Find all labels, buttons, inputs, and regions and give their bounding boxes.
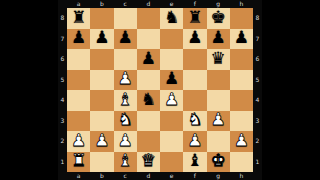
file-label-g: g — [207, 172, 230, 180]
square-a2[interactable]: ♟ — [67, 131, 90, 152]
square-c3[interactable]: ♞ — [114, 111, 137, 132]
square-f8[interactable]: ♜ — [183, 8, 206, 29]
white-pawn-f2[interactable]: ♟ — [187, 132, 202, 149]
black-pawn-f7[interactable]: ♟ — [187, 29, 202, 46]
frame-corner — [58, 0, 67, 8]
square-b1[interactable] — [90, 152, 113, 173]
white-king-g1[interactable]: ♚ — [211, 152, 226, 169]
square-e8[interactable]: ♞ — [160, 8, 183, 29]
square-f3[interactable]: ♞ — [183, 111, 206, 132]
frame-corner — [253, 172, 262, 180]
file-label-f: f — [183, 172, 206, 180]
chess-board-frame: abcdefgh 87654321 ♜♞♜♚♟♟♟♟♟♟♟♛♟♟♝♞♟♞♞♟♟♟… — [58, 0, 262, 180]
black-pawn-c7[interactable]: ♟ — [118, 29, 133, 46]
black-queen-g6[interactable]: ♛ — [211, 50, 226, 67]
black-pawn-a7[interactable]: ♟ — [71, 29, 86, 46]
file-labels-bottom: abcdefgh — [67, 172, 253, 180]
square-b7[interactable]: ♟ — [90, 29, 113, 50]
square-c5[interactable]: ♟ — [114, 70, 137, 91]
square-c4[interactable]: ♝ — [114, 90, 137, 111]
square-d8[interactable] — [137, 8, 160, 29]
square-h3[interactable] — [230, 111, 253, 132]
file-label-d: d — [137, 0, 160, 8]
square-b4[interactable] — [90, 90, 113, 111]
square-c7[interactable]: ♟ — [114, 29, 137, 50]
square-e4[interactable]: ♟ — [160, 90, 183, 111]
square-f6[interactable] — [183, 49, 206, 70]
file-label-b: b — [90, 0, 113, 8]
square-h2[interactable]: ♟ — [230, 131, 253, 152]
rank-label-3: 3 — [253, 111, 262, 132]
square-h6[interactable] — [230, 49, 253, 70]
square-c8[interactable] — [114, 8, 137, 29]
square-g6[interactable]: ♛ — [207, 49, 230, 70]
white-pawn-g3[interactable]: ♟ — [211, 111, 226, 128]
square-c1[interactable]: ♝ — [114, 152, 137, 173]
square-a3[interactable] — [67, 111, 90, 132]
square-c6[interactable] — [114, 49, 137, 70]
white-queen-d1[interactable]: ♛ — [141, 152, 156, 169]
white-pawn-a2[interactable]: ♟ — [71, 132, 86, 149]
white-knight-c3[interactable]: ♞ — [118, 111, 133, 128]
white-pawn-c5[interactable]: ♟ — [118, 70, 133, 87]
square-b5[interactable] — [90, 70, 113, 91]
square-b2[interactable]: ♟ — [90, 131, 113, 152]
square-g2[interactable] — [207, 131, 230, 152]
black-rook-a8[interactable]: ♜ — [71, 9, 86, 26]
square-g8[interactable]: ♚ — [207, 8, 230, 29]
black-pawn-g7[interactable]: ♟ — [211, 29, 226, 46]
file-label-a: a — [67, 172, 90, 180]
square-a1[interactable]: ♜ — [67, 152, 90, 173]
square-a8[interactable]: ♜ — [67, 8, 90, 29]
square-d6[interactable]: ♟ — [137, 49, 160, 70]
rank-label-3: 3 — [58, 111, 67, 132]
black-pawn-d6[interactable]: ♟ — [141, 50, 156, 67]
rank-label-6: 6 — [253, 49, 262, 70]
white-bishop-c4[interactable]: ♝ — [118, 91, 133, 108]
square-f1[interactable]: ♝ — [183, 152, 206, 173]
square-d1[interactable]: ♛ — [137, 152, 160, 173]
square-d5[interactable] — [137, 70, 160, 91]
square-h7[interactable]: ♟ — [230, 29, 253, 50]
rank-labels-right: 87654321 — [253, 8, 262, 172]
square-h4[interactable] — [230, 90, 253, 111]
black-bishop-f1[interactable]: ♝ — [187, 152, 202, 169]
white-pawn-c2[interactable]: ♟ — [118, 132, 133, 149]
rank-label-7: 7 — [58, 29, 67, 50]
square-h5[interactable] — [230, 70, 253, 91]
file-label-c: c — [114, 0, 137, 8]
rank-label-4: 4 — [58, 90, 67, 111]
rank-label-5: 5 — [253, 70, 262, 91]
square-c2[interactable]: ♟ — [114, 131, 137, 152]
square-d3[interactable] — [137, 111, 160, 132]
file-label-f: f — [183, 0, 206, 8]
square-d4[interactable]: ♞ — [137, 90, 160, 111]
square-g4[interactable] — [207, 90, 230, 111]
rank-label-4: 4 — [253, 90, 262, 111]
black-knight-d4[interactable]: ♞ — [141, 91, 156, 108]
white-knight-f3[interactable]: ♞ — [187, 111, 202, 128]
rank-label-5: 5 — [58, 70, 67, 91]
black-rook-f8[interactable]: ♜ — [187, 9, 202, 26]
file-label-h: h — [230, 0, 253, 8]
rank-label-2: 2 — [253, 131, 262, 152]
rank-label-2: 2 — [58, 131, 67, 152]
file-label-d: d — [137, 172, 160, 180]
square-g1[interactable]: ♚ — [207, 152, 230, 173]
chess-board: ♜♞♜♚♟♟♟♟♟♟♟♛♟♟♝♞♟♞♞♟♟♟♟♟♟♜♝♛♝♚ — [67, 8, 253, 172]
rank-label-7: 7 — [253, 29, 262, 50]
file-label-e: e — [160, 172, 183, 180]
file-label-h: h — [230, 172, 253, 180]
frame-corner — [58, 172, 67, 180]
black-knight-e8[interactable]: ♞ — [164, 9, 179, 26]
square-f4[interactable] — [183, 90, 206, 111]
square-b6[interactable] — [90, 49, 113, 70]
black-pawn-e5[interactable]: ♟ — [164, 70, 179, 87]
square-g7[interactable]: ♟ — [207, 29, 230, 50]
square-f7[interactable]: ♟ — [183, 29, 206, 50]
video-frame: abcdefgh 87654321 ♜♞♜♚♟♟♟♟♟♟♟♛♟♟♝♞♟♞♞♟♟♟… — [0, 0, 320, 180]
square-f2[interactable]: ♟ — [183, 131, 206, 152]
rank-label-1: 1 — [58, 152, 67, 173]
white-bishop-c1[interactable]: ♝ — [118, 152, 133, 169]
black-pawn-h7[interactable]: ♟ — [234, 29, 249, 46]
square-b8[interactable] — [90, 8, 113, 29]
square-e3[interactable] — [160, 111, 183, 132]
file-label-c: c — [114, 172, 137, 180]
square-a6[interactable] — [67, 49, 90, 70]
white-pawn-e4[interactable]: ♟ — [164, 91, 179, 108]
square-g3[interactable]: ♟ — [207, 111, 230, 132]
file-label-g: g — [207, 0, 230, 8]
square-b3[interactable] — [90, 111, 113, 132]
square-f5[interactable] — [183, 70, 206, 91]
file-label-e: e — [160, 0, 183, 8]
square-e2[interactable] — [160, 131, 183, 152]
square-e5[interactable]: ♟ — [160, 70, 183, 91]
rank-label-1: 1 — [253, 152, 262, 173]
black-king-g8[interactable]: ♚ — [211, 9, 226, 26]
frame-corner — [253, 0, 262, 8]
white-pawn-b2[interactable]: ♟ — [94, 132, 109, 149]
square-e1[interactable] — [160, 152, 183, 173]
rank-label-6: 6 — [58, 49, 67, 70]
rank-labels-left: 87654321 — [58, 8, 67, 172]
rank-label-8: 8 — [58, 8, 67, 29]
white-rook-a1[interactable]: ♜ — [71, 152, 86, 169]
file-label-b: b — [90, 172, 113, 180]
square-a4[interactable] — [67, 90, 90, 111]
file-label-a: a — [67, 0, 90, 8]
square-h1[interactable] — [230, 152, 253, 173]
square-g5[interactable] — [207, 70, 230, 91]
file-labels-top: abcdefgh — [67, 0, 253, 8]
rank-label-8: 8 — [253, 8, 262, 29]
square-a7[interactable]: ♟ — [67, 29, 90, 50]
square-a5[interactable] — [67, 70, 90, 91]
white-pawn-h2[interactable]: ♟ — [234, 132, 249, 149]
black-pawn-b7[interactable]: ♟ — [94, 29, 109, 46]
square-e7[interactable] — [160, 29, 183, 50]
square-d7[interactable] — [137, 29, 160, 50]
square-d2[interactable] — [137, 131, 160, 152]
square-e6[interactable] — [160, 49, 183, 70]
square-h8[interactable] — [230, 8, 253, 29]
